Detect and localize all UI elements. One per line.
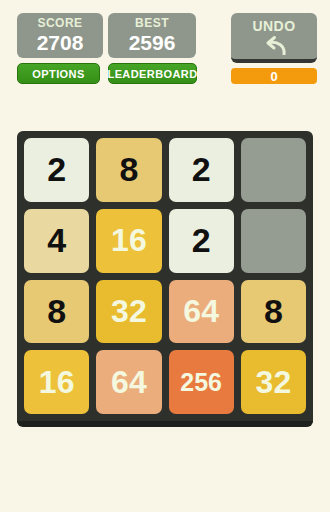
tile-64-r3c3: 64 bbox=[169, 280, 234, 344]
options-button[interactable]: OPTIONS bbox=[17, 63, 100, 84]
best-box: BEST 2596 bbox=[108, 13, 196, 58]
undo-button[interactable]: UNDO bbox=[231, 13, 317, 63]
tile-256-r4c3: 256 bbox=[169, 350, 234, 414]
board[interactable]: 2824162832648166425632 bbox=[17, 131, 313, 427]
tile-8-r1c2: 8 bbox=[96, 138, 161, 202]
undo-count-badge: 0 bbox=[231, 68, 317, 84]
tile-4-r2c1: 4 bbox=[24, 209, 89, 273]
tile-8-r3c4: 8 bbox=[241, 280, 306, 344]
best-label: BEST bbox=[135, 17, 169, 30]
tile-2-r1c1: 2 bbox=[24, 138, 89, 202]
tile-32-r4c4: 32 bbox=[241, 350, 306, 414]
tile-64-r4c2: 64 bbox=[96, 350, 161, 414]
score-label: SCORE bbox=[37, 17, 82, 30]
tile-32-r3c2: 32 bbox=[96, 280, 161, 344]
empty-cell-r2c4 bbox=[241, 209, 306, 273]
tile-16-r4c1: 16 bbox=[24, 350, 89, 414]
score-box: SCORE 2708 bbox=[17, 13, 103, 58]
tile-8-r3c1: 8 bbox=[24, 280, 89, 344]
leaderboard-button[interactable]: LEADERBOARD bbox=[108, 63, 197, 84]
best-value: 2596 bbox=[129, 32, 176, 54]
undo-label: UNDO bbox=[252, 18, 295, 34]
game-screen: SCORE 2708 BEST 2596 UNDO OPTIONS LEADER… bbox=[0, 0, 330, 512]
undo-arrow-icon bbox=[260, 35, 288, 55]
score-value: 2708 bbox=[37, 32, 84, 54]
empty-cell-r1c4 bbox=[241, 138, 306, 202]
tile-16-r2c2: 16 bbox=[96, 209, 161, 273]
tile-2-r1c3: 2 bbox=[169, 138, 234, 202]
tile-2-r2c3: 2 bbox=[169, 209, 234, 273]
